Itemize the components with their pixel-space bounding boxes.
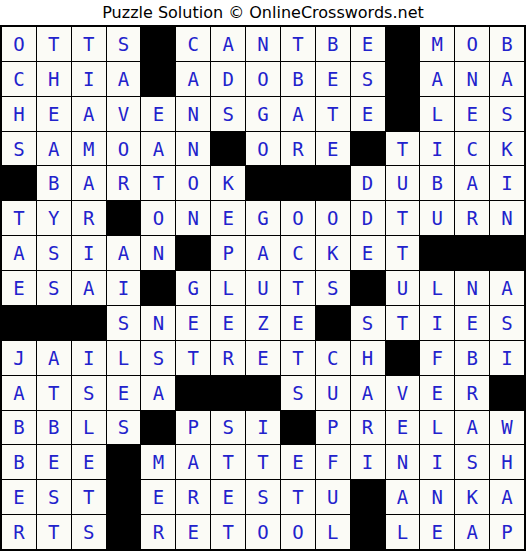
block-cell-r10c12 bbox=[386, 341, 420, 375]
block-cell-r1c12 bbox=[386, 27, 420, 61]
letter-cell-r14c8: S bbox=[246, 480, 280, 514]
block-cell-r7c14 bbox=[455, 236, 489, 270]
letter-cell-r13c1: B bbox=[2, 445, 36, 479]
letter-cell-r13c5: M bbox=[141, 445, 175, 479]
letter-cell-r15c12: L bbox=[386, 515, 420, 549]
block-cell-r8c11 bbox=[351, 271, 385, 305]
letter-cell-r4c9: R bbox=[281, 132, 315, 166]
letter-cell-r1c1: O bbox=[2, 27, 36, 61]
letter-cell-r1c14: O bbox=[455, 27, 489, 61]
crossword-grid: OTTSCANTBEMOBCHIAADOBESANAHEAVENSGATELES… bbox=[0, 25, 526, 551]
letter-cell-r4c3: M bbox=[72, 132, 106, 166]
letter-cell-r9c4: S bbox=[107, 306, 141, 340]
letter-cell-r1c8: N bbox=[246, 27, 280, 61]
letter-cell-r12c14: A bbox=[455, 411, 489, 445]
letter-cell-r11c11: A bbox=[351, 376, 385, 410]
block-cell-r4c7 bbox=[211, 132, 245, 166]
letter-cell-r1c9: T bbox=[281, 27, 315, 61]
letter-cell-r3c6: N bbox=[176, 97, 210, 131]
letter-cell-r4c5: A bbox=[141, 132, 175, 166]
letter-cell-r8c1: E bbox=[2, 271, 36, 305]
letter-cell-r5c5: T bbox=[141, 166, 175, 200]
letter-cell-r5c7: K bbox=[211, 166, 245, 200]
block-cell-r14c4 bbox=[107, 480, 141, 514]
letter-cell-r12c2: B bbox=[37, 411, 71, 445]
letter-cell-r11c14: R bbox=[455, 376, 489, 410]
letter-cell-r11c4: E bbox=[107, 376, 141, 410]
letter-cell-r1c7: A bbox=[211, 27, 245, 61]
letter-cell-r12c6: P bbox=[176, 411, 210, 445]
letter-cell-r3c7: S bbox=[211, 97, 245, 131]
letter-cell-r9c14: E bbox=[455, 306, 489, 340]
letter-cell-r14c10: U bbox=[316, 480, 350, 514]
letter-cell-r14c12: A bbox=[386, 480, 420, 514]
letter-cell-r4c12: T bbox=[386, 132, 420, 166]
letter-cell-r6c10: O bbox=[316, 201, 350, 235]
letter-cell-r6c11: D bbox=[351, 201, 385, 235]
letter-cell-r5c3: A bbox=[72, 166, 106, 200]
letter-cell-r8c4: I bbox=[107, 271, 141, 305]
letter-cell-r6c1: T bbox=[2, 201, 36, 235]
letter-cell-r5c4: R bbox=[107, 166, 141, 200]
letter-cell-r8c13: L bbox=[420, 271, 454, 305]
letter-cell-r11c10: U bbox=[316, 376, 350, 410]
block-cell-r12c9 bbox=[281, 411, 315, 445]
letter-cell-r13c15: H bbox=[490, 445, 524, 479]
letter-cell-r1c2: T bbox=[37, 27, 71, 61]
letter-cell-r2c10: E bbox=[316, 62, 350, 96]
letter-cell-r8c9: T bbox=[281, 271, 315, 305]
letter-cell-r1c11: E bbox=[351, 27, 385, 61]
letter-cell-r15c9: O bbox=[281, 515, 315, 549]
letter-cell-r8c6: G bbox=[176, 271, 210, 305]
letter-cell-r6c2: Y bbox=[37, 201, 71, 235]
letter-cell-r10c15: I bbox=[490, 341, 524, 375]
letter-cell-r5c12: U bbox=[386, 166, 420, 200]
letter-cell-r3c10: T bbox=[316, 97, 350, 131]
letter-cell-r14c13: N bbox=[420, 480, 454, 514]
letter-cell-r10c11: H bbox=[351, 341, 385, 375]
letter-cell-r8c12: U bbox=[386, 271, 420, 305]
letter-cell-r11c13: E bbox=[420, 376, 454, 410]
letter-cell-r2c7: D bbox=[211, 62, 245, 96]
letter-cell-r10c9: T bbox=[281, 341, 315, 375]
letter-cell-r13c11: I bbox=[351, 445, 385, 479]
letter-cell-r13c14: S bbox=[455, 445, 489, 479]
letter-cell-r6c9: O bbox=[281, 201, 315, 235]
block-cell-r2c5 bbox=[141, 62, 175, 96]
letter-cell-r10c1: J bbox=[2, 341, 36, 375]
letter-cell-r5c11: D bbox=[351, 166, 385, 200]
letter-cell-r7c10: K bbox=[316, 236, 350, 270]
letter-cell-r3c5: E bbox=[141, 97, 175, 131]
letter-cell-r10c4: L bbox=[107, 341, 141, 375]
letter-cell-r2c11: S bbox=[351, 62, 385, 96]
letter-cell-r13c7: T bbox=[211, 445, 245, 479]
letter-cell-r7c9: C bbox=[281, 236, 315, 270]
letter-cell-r3c8: G bbox=[246, 97, 280, 131]
letter-cell-r12c7: S bbox=[211, 411, 245, 445]
letter-cell-r10c10: C bbox=[316, 341, 350, 375]
letter-cell-r3c13: L bbox=[420, 97, 454, 131]
block-cell-r15c11 bbox=[351, 515, 385, 549]
block-cell-r9c3 bbox=[72, 306, 106, 340]
letter-cell-r15c15: P bbox=[490, 515, 524, 549]
letter-cell-r7c4: A bbox=[107, 236, 141, 270]
block-cell-r11c7 bbox=[211, 376, 245, 410]
letter-cell-r14c6: R bbox=[176, 480, 210, 514]
letter-cell-r5c2: B bbox=[37, 166, 71, 200]
letter-cell-r8c10: S bbox=[316, 271, 350, 305]
letter-cell-r5c13: B bbox=[420, 166, 454, 200]
letter-cell-r1c3: T bbox=[72, 27, 106, 61]
letter-cell-r3c14: E bbox=[455, 97, 489, 131]
letter-cell-r4c2: A bbox=[37, 132, 71, 166]
letter-cell-r10c2: A bbox=[37, 341, 71, 375]
block-cell-r12c5 bbox=[141, 411, 175, 445]
letter-cell-r4c13: I bbox=[420, 132, 454, 166]
letter-cell-r7c3: I bbox=[72, 236, 106, 270]
letter-cell-r5c14: A bbox=[455, 166, 489, 200]
letter-cell-r9c5: N bbox=[141, 306, 175, 340]
letter-cell-r7c5: N bbox=[141, 236, 175, 270]
letter-cell-r12c10: P bbox=[316, 411, 350, 445]
letter-cell-r8c15: A bbox=[490, 271, 524, 305]
letter-cell-r6c6: N bbox=[176, 201, 210, 235]
letter-cell-r3c3: A bbox=[72, 97, 106, 131]
puzzle-solution-page: Puzzle Solution © OnlineCrosswords.net O… bbox=[0, 0, 526, 551]
letter-cell-r5c15: I bbox=[490, 166, 524, 200]
letter-cell-r10c5: S bbox=[141, 341, 175, 375]
letter-cell-r1c10: B bbox=[316, 27, 350, 61]
block-cell-r5c10 bbox=[316, 166, 350, 200]
letter-cell-r11c3: S bbox=[72, 376, 106, 410]
block-cell-r9c10 bbox=[316, 306, 350, 340]
letter-cell-r13c6: A bbox=[176, 445, 210, 479]
letter-cell-r7c8: A bbox=[246, 236, 280, 270]
block-cell-r2c12 bbox=[386, 62, 420, 96]
letter-cell-r3c15: S bbox=[490, 97, 524, 131]
letter-cell-r13c10: F bbox=[316, 445, 350, 479]
letter-cell-r7c2: S bbox=[37, 236, 71, 270]
letter-cell-r12c13: L bbox=[420, 411, 454, 445]
letter-cell-r6c7: E bbox=[211, 201, 245, 235]
letter-cell-r14c3: T bbox=[72, 480, 106, 514]
letter-cell-r4c15: K bbox=[490, 132, 524, 166]
letter-cell-r10c7: R bbox=[211, 341, 245, 375]
letter-cell-r15c13: E bbox=[420, 515, 454, 549]
letter-cell-r6c13: U bbox=[420, 201, 454, 235]
letter-cell-r15c2: T bbox=[37, 515, 71, 549]
block-cell-r1c5 bbox=[141, 27, 175, 61]
letter-cell-r15c6: E bbox=[176, 515, 210, 549]
letter-cell-r14c15: A bbox=[490, 480, 524, 514]
letter-cell-r15c1: R bbox=[2, 515, 36, 549]
letter-cell-r4c10: E bbox=[316, 132, 350, 166]
letter-cell-r4c8: O bbox=[246, 132, 280, 166]
block-cell-r5c9 bbox=[281, 166, 315, 200]
letter-cell-r6c12: T bbox=[386, 201, 420, 235]
letter-cell-r2c13: A bbox=[420, 62, 454, 96]
letter-cell-r2c6: A bbox=[176, 62, 210, 96]
letter-cell-r1c4: S bbox=[107, 27, 141, 61]
letter-cell-r6c15: N bbox=[490, 201, 524, 235]
page-title: Puzzle Solution © OnlineCrosswords.net bbox=[0, 0, 526, 25]
block-cell-r9c2 bbox=[37, 306, 71, 340]
letter-cell-r14c7: E bbox=[211, 480, 245, 514]
block-cell-r11c15 bbox=[490, 376, 524, 410]
block-cell-r7c13 bbox=[420, 236, 454, 270]
letter-cell-r15c3: S bbox=[72, 515, 106, 549]
letter-cell-r12c8: I bbox=[246, 411, 280, 445]
letter-cell-r9c6: E bbox=[176, 306, 210, 340]
letter-cell-r3c11: E bbox=[351, 97, 385, 131]
letter-cell-r12c12: E bbox=[386, 411, 420, 445]
letter-cell-r12c4: S bbox=[107, 411, 141, 445]
letter-cell-r2c14: N bbox=[455, 62, 489, 96]
letter-cell-r11c9: S bbox=[281, 376, 315, 410]
letter-cell-r13c9: E bbox=[281, 445, 315, 479]
letter-cell-r13c2: E bbox=[37, 445, 71, 479]
letter-cell-r3c1: H bbox=[2, 97, 36, 131]
letter-cell-r8c2: S bbox=[37, 271, 71, 305]
letter-cell-r7c12: T bbox=[386, 236, 420, 270]
letter-cell-r8c3: A bbox=[72, 271, 106, 305]
block-cell-r14c11 bbox=[351, 480, 385, 514]
letter-cell-r14c5: E bbox=[141, 480, 175, 514]
letter-cell-r9c12: T bbox=[386, 306, 420, 340]
letter-cell-r13c3: E bbox=[72, 445, 106, 479]
letter-cell-r3c4: V bbox=[107, 97, 141, 131]
letter-cell-r8c7: L bbox=[211, 271, 245, 305]
letter-cell-r1c15: B bbox=[490, 27, 524, 61]
letter-cell-r3c2: E bbox=[37, 97, 71, 131]
letter-cell-r2c9: B bbox=[281, 62, 315, 96]
letter-cell-r9c9: E bbox=[281, 306, 315, 340]
letter-cell-r10c13: F bbox=[420, 341, 454, 375]
block-cell-r6c4 bbox=[107, 201, 141, 235]
block-cell-r5c1 bbox=[2, 166, 36, 200]
letter-cell-r4c14: C bbox=[455, 132, 489, 166]
letter-cell-r5c6: O bbox=[176, 166, 210, 200]
letter-cell-r15c8: O bbox=[246, 515, 280, 549]
block-cell-r15c4 bbox=[107, 515, 141, 549]
letter-cell-r11c1: A bbox=[2, 376, 36, 410]
letter-cell-r12c1: B bbox=[2, 411, 36, 445]
letter-cell-r12c11: R bbox=[351, 411, 385, 445]
letter-cell-r7c11: E bbox=[351, 236, 385, 270]
letter-cell-r14c2: S bbox=[37, 480, 71, 514]
letter-cell-r13c13: I bbox=[420, 445, 454, 479]
letter-cell-r1c6: C bbox=[176, 27, 210, 61]
block-cell-r7c6 bbox=[176, 236, 210, 270]
letter-cell-r15c5: R bbox=[141, 515, 175, 549]
letter-cell-r9c13: I bbox=[420, 306, 454, 340]
letter-cell-r9c7: E bbox=[211, 306, 245, 340]
letter-cell-r2c3: I bbox=[72, 62, 106, 96]
letter-cell-r10c14: B bbox=[455, 341, 489, 375]
letter-cell-r10c3: I bbox=[72, 341, 106, 375]
letter-cell-r6c14: R bbox=[455, 201, 489, 235]
letter-cell-r3c9: A bbox=[281, 97, 315, 131]
letter-cell-r7c1: A bbox=[2, 236, 36, 270]
letter-cell-r14c9: T bbox=[281, 480, 315, 514]
letter-cell-r6c8: G bbox=[246, 201, 280, 235]
letter-cell-r14c14: K bbox=[455, 480, 489, 514]
block-cell-r11c6 bbox=[176, 376, 210, 410]
letter-cell-r15c7: T bbox=[211, 515, 245, 549]
letter-cell-r1c13: M bbox=[420, 27, 454, 61]
letter-cell-r12c3: L bbox=[72, 411, 106, 445]
block-cell-r9c1 bbox=[2, 306, 36, 340]
letter-cell-r2c15: A bbox=[490, 62, 524, 96]
letter-cell-r10c8: E bbox=[246, 341, 280, 375]
letter-cell-r11c5: A bbox=[141, 376, 175, 410]
letter-cell-r12c15: W bbox=[490, 411, 524, 445]
letter-cell-r15c14: A bbox=[455, 515, 489, 549]
letter-cell-r14c1: E bbox=[2, 480, 36, 514]
letter-cell-r7c7: P bbox=[211, 236, 245, 270]
block-cell-r8c5 bbox=[141, 271, 175, 305]
block-cell-r4c11 bbox=[351, 132, 385, 166]
letter-cell-r2c1: C bbox=[2, 62, 36, 96]
letter-cell-r11c2: T bbox=[37, 376, 71, 410]
letter-cell-r2c4: A bbox=[107, 62, 141, 96]
block-cell-r11c8 bbox=[246, 376, 280, 410]
letter-cell-r8c14: N bbox=[455, 271, 489, 305]
letter-cell-r9c8: Z bbox=[246, 306, 280, 340]
letter-cell-r2c2: H bbox=[37, 62, 71, 96]
block-cell-r3c12 bbox=[386, 97, 420, 131]
letter-cell-r6c5: O bbox=[141, 201, 175, 235]
letter-cell-r4c1: S bbox=[2, 132, 36, 166]
letter-cell-r9c11: S bbox=[351, 306, 385, 340]
block-cell-r13c4 bbox=[107, 445, 141, 479]
letter-cell-r6c3: R bbox=[72, 201, 106, 235]
letter-cell-r15c10: L bbox=[316, 515, 350, 549]
letter-cell-r11c12: V bbox=[386, 376, 420, 410]
letter-cell-r10c6: T bbox=[176, 341, 210, 375]
letter-cell-r4c4: O bbox=[107, 132, 141, 166]
letter-cell-r13c12: N bbox=[386, 445, 420, 479]
letter-cell-r9c15: S bbox=[490, 306, 524, 340]
letter-cell-r4c6: N bbox=[176, 132, 210, 166]
letter-cell-r8c8: U bbox=[246, 271, 280, 305]
block-cell-r5c8 bbox=[246, 166, 280, 200]
letter-cell-r13c8: T bbox=[246, 445, 280, 479]
block-cell-r7c15 bbox=[490, 236, 524, 270]
letter-cell-r2c8: O bbox=[246, 62, 280, 96]
